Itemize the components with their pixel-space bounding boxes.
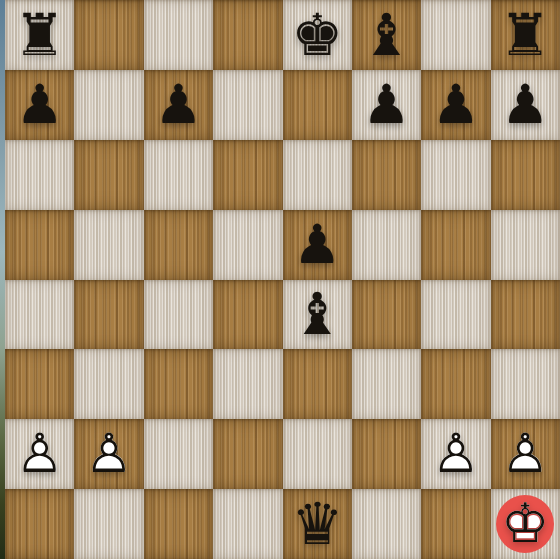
white-piece-outline: ♙ bbox=[427, 425, 485, 483]
square-b3[interactable] bbox=[74, 349, 143, 419]
square-b2[interactable]: ♟♙ bbox=[74, 419, 143, 489]
square-c1[interactable] bbox=[144, 489, 213, 559]
square-e8[interactable]: ♚ bbox=[283, 0, 352, 70]
square-g1[interactable] bbox=[421, 489, 490, 559]
square-d2[interactable] bbox=[213, 419, 282, 489]
square-c4[interactable] bbox=[144, 280, 213, 350]
white-piece-outline: ♙ bbox=[11, 425, 69, 483]
square-e7[interactable] bbox=[283, 70, 352, 140]
square-f5[interactable] bbox=[352, 210, 421, 280]
square-h5[interactable] bbox=[491, 210, 560, 280]
square-a4[interactable] bbox=[5, 280, 74, 350]
square-a7[interactable]: ♟ bbox=[5, 70, 74, 140]
square-g3[interactable] bbox=[421, 349, 490, 419]
square-f6[interactable] bbox=[352, 140, 421, 210]
square-a2[interactable]: ♟♙ bbox=[5, 419, 74, 489]
square-b8[interactable] bbox=[74, 0, 143, 70]
piece-black-rook-icon[interactable]: ♜ bbox=[14, 6, 66, 64]
square-h6[interactable] bbox=[491, 140, 560, 210]
piece-black-pawn-icon[interactable]: ♟ bbox=[154, 78, 202, 132]
square-c3[interactable] bbox=[144, 349, 213, 419]
square-a1[interactable] bbox=[5, 489, 74, 559]
square-c8[interactable] bbox=[144, 0, 213, 70]
square-f8[interactable]: ♝ bbox=[352, 0, 421, 70]
square-h8[interactable]: ♜ bbox=[491, 0, 560, 70]
square-d6[interactable] bbox=[213, 140, 282, 210]
white-piece-outline: ♔ bbox=[496, 495, 554, 553]
square-d4[interactable] bbox=[213, 280, 282, 350]
piece-black-pawn-icon[interactable]: ♟ bbox=[293, 218, 341, 272]
piece-white-pawn-icon[interactable]: ♟♙ bbox=[80, 425, 138, 483]
piece-black-bishop-icon[interactable]: ♝ bbox=[361, 6, 413, 64]
piece-white-king-icon[interactable]: ♚♔ bbox=[496, 495, 554, 553]
square-h2[interactable]: ♟♙ bbox=[491, 419, 560, 489]
piece-black-pawn-icon[interactable]: ♟ bbox=[15, 78, 63, 132]
square-h3[interactable] bbox=[491, 349, 560, 419]
square-d1[interactable] bbox=[213, 489, 282, 559]
square-e1[interactable]: ♛ bbox=[283, 489, 352, 559]
square-e4[interactable]: ♝ bbox=[283, 280, 352, 350]
square-f7[interactable]: ♟ bbox=[352, 70, 421, 140]
square-e3[interactable] bbox=[283, 349, 352, 419]
square-g8[interactable] bbox=[421, 0, 490, 70]
piece-black-pawn-icon[interactable]: ♟ bbox=[362, 78, 410, 132]
square-g4[interactable] bbox=[421, 280, 490, 350]
square-g5[interactable] bbox=[421, 210, 490, 280]
chess-app-viewport: ♜♚♝♜♟♟♟♟♟♟♝♟♙♟♙♟♙♟♙♛♚♔ bbox=[0, 0, 560, 559]
square-h4[interactable] bbox=[491, 280, 560, 350]
square-d7[interactable] bbox=[213, 70, 282, 140]
piece-black-pawn-icon[interactable]: ♟ bbox=[432, 78, 480, 132]
square-c7[interactable]: ♟ bbox=[144, 70, 213, 140]
white-piece-outline: ♙ bbox=[80, 425, 138, 483]
square-c2[interactable] bbox=[144, 419, 213, 489]
square-g6[interactable] bbox=[421, 140, 490, 210]
square-f4[interactable] bbox=[352, 280, 421, 350]
square-b7[interactable] bbox=[74, 70, 143, 140]
square-e6[interactable] bbox=[283, 140, 352, 210]
square-b5[interactable] bbox=[74, 210, 143, 280]
piece-white-pawn-icon[interactable]: ♟♙ bbox=[427, 425, 485, 483]
square-f3[interactable] bbox=[352, 349, 421, 419]
square-e5[interactable]: ♟ bbox=[283, 210, 352, 280]
piece-white-pawn-icon[interactable]: ♟♙ bbox=[496, 425, 554, 483]
square-d8[interactable] bbox=[213, 0, 282, 70]
square-g2[interactable]: ♟♙ bbox=[421, 419, 490, 489]
square-f2[interactable] bbox=[352, 419, 421, 489]
piece-black-pawn-icon[interactable]: ♟ bbox=[501, 78, 549, 132]
square-e2[interactable] bbox=[283, 419, 352, 489]
chessboard: ♜♚♝♜♟♟♟♟♟♟♝♟♙♟♙♟♙♟♙♛♚♔ bbox=[5, 0, 560, 559]
square-c6[interactable] bbox=[144, 140, 213, 210]
square-a5[interactable] bbox=[5, 210, 74, 280]
square-d5[interactable] bbox=[213, 210, 282, 280]
square-h7[interactable]: ♟ bbox=[491, 70, 560, 140]
piece-white-pawn-icon[interactable]: ♟♙ bbox=[11, 425, 69, 483]
square-d3[interactable] bbox=[213, 349, 282, 419]
square-a3[interactable] bbox=[5, 349, 74, 419]
square-b4[interactable] bbox=[74, 280, 143, 350]
square-b1[interactable] bbox=[74, 489, 143, 559]
square-a8[interactable]: ♜ bbox=[5, 0, 74, 70]
square-a6[interactable] bbox=[5, 140, 74, 210]
square-f1[interactable] bbox=[352, 489, 421, 559]
piece-black-king-icon[interactable]: ♚ bbox=[291, 6, 343, 64]
white-piece-outline: ♙ bbox=[496, 425, 554, 483]
square-b6[interactable] bbox=[74, 140, 143, 210]
square-c5[interactable] bbox=[144, 210, 213, 280]
piece-black-rook-icon[interactable]: ♜ bbox=[499, 6, 551, 64]
piece-black-bishop-icon[interactable]: ♝ bbox=[291, 285, 343, 343]
piece-black-queen-icon[interactable]: ♛ bbox=[291, 495, 343, 553]
square-g7[interactable]: ♟ bbox=[421, 70, 490, 140]
square-h1[interactable]: ♚♔ bbox=[491, 489, 560, 559]
